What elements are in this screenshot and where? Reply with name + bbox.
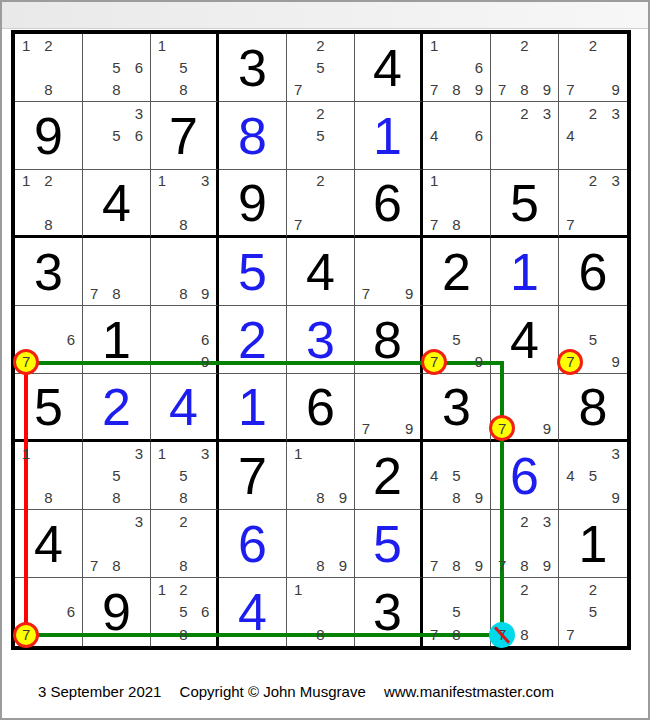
mark-slot-6 xyxy=(398,396,420,418)
solved-digit: 1 xyxy=(373,110,402,162)
pencil-mark: 2 xyxy=(589,106,597,121)
pencil-mark: 6 xyxy=(201,604,209,619)
mark-slot-2 xyxy=(582,442,605,464)
mark-slot-9 xyxy=(194,555,216,577)
pencil-mark: 2 xyxy=(44,173,52,188)
given-digit: 4 xyxy=(373,42,402,94)
mark-slot-1 xyxy=(559,578,582,601)
mark-slot-4 xyxy=(287,192,309,214)
cell-r1c5[interactable]: 257 xyxy=(287,34,355,102)
mark-slot-5: 5 xyxy=(582,328,605,350)
mark-slot-7 xyxy=(151,487,173,509)
mark-slot-9: 9 xyxy=(468,79,490,101)
mark-slot-8: 8 xyxy=(173,487,195,509)
mark-slot-2 xyxy=(377,374,399,396)
mark-slot-2: 2 xyxy=(309,102,331,124)
mark-slot-6 xyxy=(604,464,627,486)
mark-slot-5 xyxy=(173,328,195,350)
pencil-mark: 8 xyxy=(316,558,324,573)
mark-slot-8: 8 xyxy=(37,487,59,509)
cell-r9c9[interactable]: 257 xyxy=(559,578,627,646)
pencil-mark: 8 xyxy=(452,217,460,232)
mark-slot-7: 7 xyxy=(559,351,582,373)
cell-r6c9[interactable]: 8 xyxy=(559,374,627,442)
mark-slot-1 xyxy=(559,102,582,124)
cell-r4c5[interactable]: 4 xyxy=(287,238,355,306)
mark-slot-8: 8 xyxy=(309,555,331,577)
pencil-mark: 8 xyxy=(179,82,187,97)
mark-slot-3 xyxy=(468,306,490,328)
pencil-mark: 3 xyxy=(201,173,209,188)
pencil-mark: 7 xyxy=(90,286,98,301)
mark-slot-3 xyxy=(194,34,216,56)
pencil-mark: 9 xyxy=(201,354,209,369)
cell-r8c9[interactable]: 1 xyxy=(559,510,627,578)
given-digit: 6 xyxy=(373,177,402,229)
mark-slot-4 xyxy=(423,328,445,350)
mark-slot-8: 8 xyxy=(445,487,467,509)
mark-slot-7 xyxy=(151,555,173,577)
pencil-marks: 2789 xyxy=(491,34,558,101)
pencil-marks: 128 xyxy=(15,170,82,235)
mark-slot-2: 2 xyxy=(582,578,605,601)
mark-slot-7: 7 xyxy=(559,213,582,235)
mark-slot-2 xyxy=(445,578,467,601)
mark-slot-3 xyxy=(194,238,216,260)
cell-r2c3[interactable]: 7 xyxy=(151,102,219,170)
caption-website: www.manifestmaster.com xyxy=(384,683,554,700)
mark-slot-5 xyxy=(37,601,59,624)
pencil-mark: 6 xyxy=(135,60,143,75)
mark-slot-3 xyxy=(332,510,354,532)
pencil-marks: 3459 xyxy=(559,442,627,509)
pencil-marks: 79 xyxy=(355,238,420,305)
cell-r7c5[interactable]: 189 xyxy=(287,442,355,510)
mark-slot-4: 4 xyxy=(559,124,582,146)
mark-slot-6: 6 xyxy=(194,601,216,624)
cell-r2c2[interactable]: 356 xyxy=(83,102,151,170)
mark-slot-2 xyxy=(309,510,331,532)
solved-digit: 6 xyxy=(510,450,539,502)
pencil-mark: 5 xyxy=(316,128,324,143)
cell-r1c2[interactable]: 568 xyxy=(83,34,151,102)
mark-slot-1 xyxy=(355,374,377,396)
cell-r6c2[interactable]: 2 xyxy=(83,374,151,442)
app-window: 1285681583257416789278927993567825146232… xyxy=(0,0,650,720)
mark-slot-2 xyxy=(105,102,127,124)
cell-r6c7[interactable]: 3 xyxy=(423,374,491,442)
cell-r8c5[interactable]: 89 xyxy=(287,510,355,578)
cell-r7c6[interactable]: 2 xyxy=(355,442,423,510)
solved-digit: 1 xyxy=(510,246,539,298)
mark-slot-6 xyxy=(468,601,490,624)
mark-slot-7: 7 xyxy=(559,623,582,646)
mark-slot-7 xyxy=(287,147,309,169)
mark-slot-7 xyxy=(151,79,173,101)
given-digit: 3 xyxy=(34,246,63,298)
mark-slot-3 xyxy=(536,578,558,601)
mark-slot-2: 2 xyxy=(513,102,535,124)
mark-slot-3: 3 xyxy=(194,442,216,464)
mark-slot-6 xyxy=(194,56,216,78)
cell-r4c4[interactable]: 5 xyxy=(219,238,287,306)
cell-r3c4[interactable]: 9 xyxy=(219,170,287,238)
pencil-marks: 89 xyxy=(151,238,216,305)
mark-slot-3: 3 xyxy=(536,510,558,532)
pencil-mark: 7 xyxy=(90,558,98,573)
pencil-mark: 7 xyxy=(294,82,302,97)
mark-slot-6 xyxy=(60,56,82,78)
cell-r8c7[interactable]: 789 xyxy=(423,510,491,578)
cell-r1c4[interactable]: 3 xyxy=(219,34,287,102)
mark-slot-3 xyxy=(194,578,216,601)
pencil-mark: 9 xyxy=(611,490,619,505)
pencil-mark: 8 xyxy=(112,558,120,573)
cell-r1c6[interactable]: 4 xyxy=(355,34,423,102)
mark-slot-3 xyxy=(536,34,558,56)
pencil-mark: 6 xyxy=(135,128,143,143)
pencil-mark: 7 xyxy=(22,354,30,369)
mark-slot-2: 2 xyxy=(37,34,59,56)
mark-slot-4 xyxy=(151,532,173,554)
cell-r1c9[interactable]: 279 xyxy=(559,34,627,102)
mark-slot-3 xyxy=(60,34,82,56)
mark-slot-2 xyxy=(173,442,195,464)
pencil-mark: 7 xyxy=(498,421,506,436)
mark-slot-9 xyxy=(194,487,216,509)
pencil-marks: 789 xyxy=(423,510,490,577)
mark-slot-6 xyxy=(468,532,490,554)
mark-slot-6 xyxy=(468,328,490,350)
mark-slot-1: 1 xyxy=(287,442,309,464)
solved-digit: 1 xyxy=(238,381,267,433)
mark-slot-6: 6 xyxy=(194,328,216,350)
mark-slot-2: 2 xyxy=(37,170,59,192)
mark-slot-1: 1 xyxy=(15,34,37,56)
mark-slot-9: 9 xyxy=(398,283,420,305)
cell-r5c9[interactable]: 579 xyxy=(559,306,627,374)
mark-slot-5 xyxy=(37,56,59,78)
mark-slot-2: 2 xyxy=(309,34,331,56)
mark-slot-6 xyxy=(194,464,216,486)
cell-r4c9[interactable]: 6 xyxy=(559,238,627,306)
sudoku-board: 1285681583257416789278927993567825146232… xyxy=(11,30,631,650)
mark-slot-5 xyxy=(445,124,467,146)
chain-line-green xyxy=(500,431,504,635)
mark-slot-9 xyxy=(60,79,82,101)
mark-slot-7 xyxy=(491,147,513,169)
mark-slot-1 xyxy=(287,34,309,56)
mark-slot-2 xyxy=(173,170,195,192)
mark-slot-7: 7 xyxy=(83,555,105,577)
pencil-mark: 4 xyxy=(430,468,438,483)
mark-slot-5: 5 xyxy=(445,464,467,486)
mark-slot-7: 7 xyxy=(491,555,513,577)
cell-r2c1[interactable]: 9 xyxy=(15,102,83,170)
mark-slot-3 xyxy=(468,34,490,56)
mark-slot-1 xyxy=(287,102,309,124)
mark-slot-3 xyxy=(332,578,354,601)
mark-slot-4 xyxy=(15,328,37,350)
mark-slot-7: 7 xyxy=(83,283,105,305)
cell-r4c3[interactable]: 89 xyxy=(151,238,219,306)
mark-slot-8 xyxy=(582,623,605,646)
cell-r3c1[interactable]: 128 xyxy=(15,170,83,238)
given-digit: 5 xyxy=(510,177,539,229)
mark-slot-5 xyxy=(309,532,331,554)
cell-r4c2[interactable]: 78 xyxy=(83,238,151,306)
mark-slot-4 xyxy=(151,328,173,350)
mark-slot-9: 9 xyxy=(332,555,354,577)
mark-slot-9 xyxy=(604,147,627,169)
pencil-mark: 4 xyxy=(566,468,574,483)
mark-slot-3 xyxy=(60,442,82,464)
pencil-mark: 2 xyxy=(179,582,187,597)
pencil-mark: 2 xyxy=(589,38,597,53)
mark-slot-6 xyxy=(468,464,490,486)
mark-slot-8: 8 xyxy=(309,487,331,509)
mark-slot-4: 4 xyxy=(559,464,582,486)
solved-digit: 3 xyxy=(306,314,335,366)
mark-slot-7: 7 xyxy=(287,79,309,101)
mark-slot-9 xyxy=(128,487,150,509)
cell-r1c8[interactable]: 2789 xyxy=(491,34,559,102)
mark-slot-6 xyxy=(194,260,216,282)
mark-slot-7 xyxy=(151,283,173,305)
mark-slot-2: 2 xyxy=(513,510,535,532)
cell-r2c7[interactable]: 46 xyxy=(423,102,491,170)
cell-r4c8[interactable]: 1 xyxy=(491,238,559,306)
mark-slot-8 xyxy=(377,417,399,439)
mark-slot-1 xyxy=(423,510,445,532)
mark-slot-2 xyxy=(377,238,399,260)
mark-slot-3: 3 xyxy=(128,102,150,124)
mark-slot-7 xyxy=(15,79,37,101)
mark-slot-4 xyxy=(15,192,37,214)
mark-slot-9: 9 xyxy=(398,417,420,439)
mark-slot-8 xyxy=(309,213,331,235)
pencil-mark: 3 xyxy=(135,106,143,121)
cell-r4c6[interactable]: 79 xyxy=(355,238,423,306)
cell-r6c4[interactable]: 1 xyxy=(219,374,287,442)
mark-slot-3 xyxy=(604,578,627,601)
cell-r3c7[interactable]: 178 xyxy=(423,170,491,238)
pencil-mark: 9 xyxy=(405,421,413,436)
pencil-mark: 4 xyxy=(430,128,438,143)
mark-slot-4 xyxy=(151,464,173,486)
mark-slot-7 xyxy=(83,147,105,169)
pencil-marks: 46 xyxy=(423,102,490,169)
mark-slot-4 xyxy=(287,56,309,78)
mark-slot-7: 7 xyxy=(423,213,445,235)
pencil-mark: 3 xyxy=(135,514,143,529)
cell-r8c6[interactable]: 5 xyxy=(355,510,423,578)
pencil-mark: 8 xyxy=(44,82,52,97)
mark-slot-9: 9 xyxy=(604,79,627,101)
mark-slot-5 xyxy=(377,260,399,282)
cell-r7c7[interactable]: 4589 xyxy=(423,442,491,510)
mark-slot-6 xyxy=(332,124,354,146)
pencil-marks: 257 xyxy=(287,34,354,101)
mark-slot-6 xyxy=(332,464,354,486)
mark-slot-3 xyxy=(468,170,490,192)
pencil-mark: 7 xyxy=(498,558,506,573)
caption: 3 September 2021 Copyright © John Musgra… xyxy=(38,683,568,700)
mark-slot-1 xyxy=(287,510,309,532)
mark-slot-2 xyxy=(105,34,127,56)
cell-r2c8[interactable]: 23 xyxy=(491,102,559,170)
given-digit: 9 xyxy=(34,110,63,162)
mark-slot-4 xyxy=(83,532,105,554)
mark-slot-3 xyxy=(60,170,82,192)
mark-slot-5 xyxy=(513,56,535,78)
mark-slot-5: 5 xyxy=(105,464,127,486)
mark-slot-9 xyxy=(468,147,490,169)
mark-slot-5 xyxy=(513,396,535,418)
mark-slot-1 xyxy=(559,306,582,328)
pencil-mark: 2 xyxy=(316,106,324,121)
cell-r2c6[interactable]: 1 xyxy=(355,102,423,170)
mark-slot-1 xyxy=(559,34,582,56)
cell-r1c3[interactable]: 158 xyxy=(151,34,219,102)
mark-slot-1 xyxy=(355,238,377,260)
mark-slot-1 xyxy=(423,578,445,601)
mark-slot-6: 6 xyxy=(468,56,490,78)
pencil-mark: 2 xyxy=(316,38,324,53)
pencil-marks: 138 xyxy=(151,170,216,235)
mark-slot-4 xyxy=(559,56,582,78)
mark-slot-8: 8 xyxy=(105,487,127,509)
mark-slot-2: 2 xyxy=(173,510,195,532)
pencil-mark: 2 xyxy=(44,38,52,53)
cell-r1c7[interactable]: 16789 xyxy=(423,34,491,102)
cell-r7c3[interactable]: 1358 xyxy=(151,442,219,510)
mark-slot-3: 3 xyxy=(128,442,150,464)
solved-digit: 2 xyxy=(102,381,131,433)
mark-slot-2 xyxy=(173,238,195,260)
cell-r4c7[interactable]: 2 xyxy=(423,238,491,306)
pencil-mark: 1 xyxy=(158,446,166,461)
cell-r3c2[interactable]: 4 xyxy=(83,170,151,238)
mark-slot-4 xyxy=(151,56,173,78)
pencil-mark: 1 xyxy=(22,38,30,53)
pencil-mark: 5 xyxy=(452,604,460,619)
cell-r7c2[interactable]: 358 xyxy=(83,442,151,510)
mark-slot-2 xyxy=(309,442,331,464)
cell-r8c3[interactable]: 28 xyxy=(151,510,219,578)
mark-slot-3 xyxy=(468,578,490,601)
pencil-mark: 7 xyxy=(498,82,506,97)
mark-slot-5: 5 xyxy=(173,464,195,486)
mark-slot-5: 5 xyxy=(105,124,127,146)
mark-slot-3 xyxy=(468,510,490,532)
mark-slot-5 xyxy=(377,396,399,418)
mark-slot-1 xyxy=(491,102,513,124)
mark-slot-6 xyxy=(332,56,354,78)
mark-slot-5: 5 xyxy=(173,56,195,78)
mark-slot-1 xyxy=(559,170,582,192)
cell-r7c9[interactable]: 3459 xyxy=(559,442,627,510)
cell-r3c3[interactable]: 138 xyxy=(151,170,219,238)
pencil-marks: 28 xyxy=(151,510,216,577)
cell-r2c5[interactable]: 25 xyxy=(287,102,355,170)
mark-slot-8: 8 xyxy=(105,555,127,577)
cell-r8c4[interactable]: 6 xyxy=(219,510,287,578)
mark-slot-7: 7 xyxy=(423,79,445,101)
mark-slot-3: 3 xyxy=(604,442,627,464)
cell-r3c9[interactable]: 237 xyxy=(559,170,627,238)
cell-r6c5[interactable]: 6 xyxy=(287,374,355,442)
mark-slot-6: 6 xyxy=(128,124,150,146)
mark-slot-2 xyxy=(105,238,127,260)
pencil-mark: 2 xyxy=(316,173,324,188)
mark-slot-2: 2 xyxy=(513,34,535,56)
mark-slot-1 xyxy=(287,170,309,192)
pencil-mark: 5 xyxy=(589,604,597,619)
given-digit: 7 xyxy=(238,450,267,502)
mark-slot-1 xyxy=(559,442,582,464)
cell-r2c9[interactable]: 234 xyxy=(559,102,627,170)
mark-slot-7 xyxy=(287,555,309,577)
pencil-mark: 9 xyxy=(405,286,413,301)
pencil-mark: 1 xyxy=(22,446,30,461)
mark-slot-8 xyxy=(582,213,605,235)
cell-r6c3[interactable]: 4 xyxy=(151,374,219,442)
mark-slot-6 xyxy=(536,396,558,418)
mark-slot-1: 1 xyxy=(423,170,445,192)
pencil-mark: 2 xyxy=(179,514,187,529)
cell-r3c6[interactable]: 6 xyxy=(355,170,423,238)
mark-slot-8: 8 xyxy=(445,79,467,101)
pencil-mark: 4 xyxy=(566,128,574,143)
mark-slot-9 xyxy=(332,79,354,101)
mark-slot-2 xyxy=(445,510,467,532)
pencil-marks: 356 xyxy=(83,102,150,169)
cell-r1c1[interactable]: 128 xyxy=(15,34,83,102)
mark-slot-3 xyxy=(332,170,354,192)
mark-slot-7: 7 xyxy=(355,283,377,305)
mark-slot-1: 1 xyxy=(15,170,37,192)
pencil-marks: 25 xyxy=(287,102,354,169)
cell-r8c2[interactable]: 378 xyxy=(83,510,151,578)
mark-slot-9 xyxy=(194,213,216,235)
cell-r3c5[interactable]: 27 xyxy=(287,170,355,238)
given-digit: 9 xyxy=(102,586,131,638)
cell-r3c8[interactable]: 5 xyxy=(491,170,559,238)
mark-slot-6 xyxy=(468,192,490,214)
cell-r6c6[interactable]: 79 xyxy=(355,374,423,442)
mark-slot-3 xyxy=(468,102,490,124)
given-digit: 6 xyxy=(306,381,335,433)
cell-r2c4[interactable]: 8 xyxy=(219,102,287,170)
pencil-mark: 7 xyxy=(362,421,370,436)
given-digit: 8 xyxy=(373,314,402,366)
given-digit: 4 xyxy=(306,246,335,298)
cell-r4c1[interactable]: 3 xyxy=(15,238,83,306)
mark-slot-2: 2 xyxy=(582,34,605,56)
mark-slot-6 xyxy=(332,532,354,554)
cell-r7c4[interactable]: 7 xyxy=(219,442,287,510)
mark-slot-3 xyxy=(604,306,627,328)
given-digit: 7 xyxy=(169,110,198,162)
given-digit: 3 xyxy=(238,42,267,94)
mark-slot-8 xyxy=(582,487,605,509)
mark-slot-2 xyxy=(173,34,195,56)
caption-copyright: Copyright © John Musgrave xyxy=(180,683,366,700)
given-digit: 5 xyxy=(34,381,63,433)
mark-slot-9: 9 xyxy=(536,417,558,439)
mark-slot-2 xyxy=(37,306,59,328)
